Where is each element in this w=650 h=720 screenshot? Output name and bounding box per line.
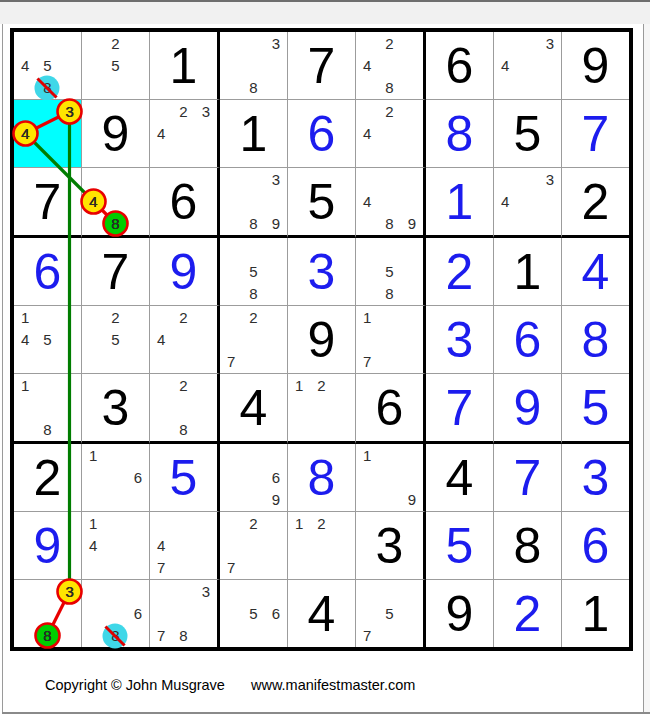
cell-r2c2[interactable]: 9 bbox=[82, 100, 150, 168]
cell-r5c9[interactable]: 8 bbox=[562, 306, 629, 374]
candidate-2: 2 bbox=[378, 100, 400, 122]
candidate-7: 7 bbox=[356, 625, 378, 647]
top-bar bbox=[0, 0, 650, 24]
cell-r9c6[interactable]: 57 bbox=[356, 580, 426, 647]
cell-r3c2[interactable]: 48 bbox=[82, 168, 150, 238]
given-digit: 2 bbox=[562, 168, 629, 235]
footer: Copyright © John Musgrave www.manifestma… bbox=[45, 677, 415, 693]
solved-digit: 5 bbox=[150, 444, 217, 511]
candidate-4: 4 bbox=[356, 190, 378, 212]
candidate-2: 2 bbox=[310, 512, 332, 534]
candidate-1: 1 bbox=[82, 512, 104, 534]
cell-r3c4[interactable]: 389 bbox=[220, 168, 288, 238]
cell-r3c3[interactable]: 6 bbox=[150, 168, 220, 238]
eliminated-candidate-8: 8 bbox=[36, 77, 58, 99]
cell-r7c8[interactable]: 7 bbox=[494, 444, 562, 512]
candidate-9: 9 bbox=[265, 489, 287, 511]
candidate-3: 3 bbox=[195, 580, 217, 602]
solved-digit: 8 bbox=[426, 100, 493, 167]
cell-r9c8[interactable]: 2 bbox=[494, 580, 562, 647]
cell-r7c1[interactable]: 2 bbox=[14, 444, 82, 512]
cell-r9c3[interactable]: 378 bbox=[150, 580, 220, 647]
window-edge-right-line bbox=[643, 24, 644, 714]
cell-r8c2[interactable]: 14 bbox=[82, 512, 150, 580]
solved-digit: 6 bbox=[288, 100, 355, 167]
candidate-3: 3 bbox=[195, 100, 217, 122]
candidate-2: 2 bbox=[172, 100, 194, 122]
candidates: 56 bbox=[220, 580, 287, 647]
candidate-7: 7 bbox=[220, 351, 242, 373]
solved-digit: 9 bbox=[494, 374, 561, 441]
candidate-7: 7 bbox=[220, 557, 242, 579]
cell-r4c9[interactable]: 4 bbox=[562, 238, 629, 306]
eliminated-candidate-8: 8 bbox=[104, 625, 126, 647]
candidate-8: 8 bbox=[242, 213, 264, 235]
cell-r7c2[interactable]: 16 bbox=[82, 444, 150, 512]
candidate-2: 2 bbox=[242, 512, 264, 534]
cell-r7c7[interactable]: 4 bbox=[426, 444, 494, 512]
candidate-7: 7 bbox=[356, 351, 378, 373]
cell-r7c9[interactable]: 3 bbox=[562, 444, 629, 512]
given-digit: 4 bbox=[220, 374, 287, 441]
candidate-5: 5 bbox=[378, 602, 400, 624]
given-digit: 9 bbox=[288, 306, 355, 373]
given-digit: 1 bbox=[562, 580, 629, 647]
given-digit: 3 bbox=[82, 374, 149, 441]
candidate-3: 3 bbox=[59, 100, 81, 122]
cell-r2c1[interactable]: 34 bbox=[14, 100, 82, 168]
cell-r8c4[interactable]: 27 bbox=[220, 512, 288, 580]
candidate-5: 5 bbox=[36, 54, 58, 76]
candidates: 24 bbox=[150, 306, 217, 373]
given-digit: 4 bbox=[288, 580, 355, 647]
cell-r6c8[interactable]: 9 bbox=[494, 374, 562, 444]
candidate-4: 4 bbox=[150, 122, 172, 144]
candidates: 58 bbox=[356, 238, 423, 305]
given-digit: 7 bbox=[82, 238, 149, 305]
cell-r7c5[interactable]: 8 bbox=[288, 444, 356, 512]
candidates: 248 bbox=[356, 32, 423, 99]
solved-digit: 8 bbox=[288, 444, 355, 511]
cell-r5c5[interactable]: 9 bbox=[288, 306, 356, 374]
solved-digit: 7 bbox=[562, 100, 629, 167]
candidate-4: 4 bbox=[356, 122, 378, 144]
cell-r7c4[interactable]: 69 bbox=[220, 444, 288, 512]
candidate-3: 3 bbox=[539, 32, 561, 54]
cell-r5c3[interactable]: 24 bbox=[150, 306, 220, 374]
candidate-5: 5 bbox=[242, 602, 264, 624]
cell-r3c7[interactable]: 1 bbox=[426, 168, 494, 238]
candidate-6: 6 bbox=[265, 602, 287, 624]
cell-r5c8[interactable]: 6 bbox=[494, 306, 562, 374]
candidate-9: 9 bbox=[265, 213, 287, 235]
candidate-8: 8 bbox=[104, 213, 126, 235]
solved-digit: 2 bbox=[494, 580, 561, 647]
candidates: 458 bbox=[14, 32, 81, 99]
cell-r1c3[interactable]: 1 bbox=[150, 32, 220, 100]
candidate-4: 4 bbox=[150, 534, 172, 556]
given-digit: 7 bbox=[14, 168, 81, 235]
cell-r9c5[interactable]: 4 bbox=[288, 580, 356, 647]
given-digit: 6 bbox=[356, 374, 423, 441]
cell-r1c7[interactable]: 6 bbox=[426, 32, 494, 100]
cell-r4c5[interactable]: 3 bbox=[288, 238, 356, 306]
candidate-6: 6 bbox=[265, 466, 287, 488]
candidate-1: 1 bbox=[14, 306, 36, 328]
candidate-2: 2 bbox=[104, 306, 126, 328]
candidate-8: 8 bbox=[242, 283, 264, 305]
candidate-8: 8 bbox=[36, 625, 58, 647]
candidate-8: 8 bbox=[378, 213, 400, 235]
given-digit: 1 bbox=[220, 100, 287, 167]
cell-r5c4[interactable]: 27 bbox=[220, 306, 288, 374]
given-digit: 9 bbox=[562, 32, 629, 99]
cell-r3c5[interactable]: 5 bbox=[288, 168, 356, 238]
given-digit: 8 bbox=[494, 512, 561, 579]
cell-r6c6[interactable]: 6 bbox=[356, 374, 426, 444]
solved-digit: 7 bbox=[426, 374, 493, 441]
cell-r2c7[interactable]: 8 bbox=[426, 100, 494, 168]
candidate-2: 2 bbox=[242, 306, 264, 328]
cell-r4c4[interactable]: 58 bbox=[220, 238, 288, 306]
candidate-2: 2 bbox=[172, 374, 194, 396]
candidate-2: 2 bbox=[104, 32, 126, 54]
cell-r1c2[interactable]: 25 bbox=[82, 32, 150, 100]
candidate-8: 8 bbox=[242, 77, 264, 99]
solved-digit: 7 bbox=[494, 444, 561, 511]
cell-r3c1[interactable]: 7 bbox=[14, 168, 82, 238]
candidates: 68 bbox=[82, 580, 149, 647]
candidate-5: 5 bbox=[36, 328, 58, 350]
solved-digit: 5 bbox=[426, 512, 493, 579]
cell-r4c2[interactable]: 7 bbox=[82, 238, 150, 306]
candidate-4: 4 bbox=[14, 54, 36, 76]
copyright-text: Copyright © John Musgrave bbox=[45, 677, 225, 693]
cell-r4c6[interactable]: 58 bbox=[356, 238, 426, 306]
given-digit: 1 bbox=[150, 32, 217, 99]
cell-r3c8[interactable]: 34 bbox=[494, 168, 562, 238]
cell-r6c2[interactable]: 3 bbox=[82, 374, 150, 444]
cell-r9c9[interactable]: 1 bbox=[562, 580, 629, 647]
candidate-4: 4 bbox=[494, 54, 516, 76]
cell-r9c7[interactable]: 9 bbox=[426, 580, 494, 647]
candidates: 25 bbox=[82, 32, 149, 99]
given-digit: 3 bbox=[356, 512, 423, 579]
cell-r8c9[interactable]: 6 bbox=[562, 512, 629, 580]
given-digit: 1 bbox=[494, 238, 561, 305]
candidate-4: 4 bbox=[82, 190, 104, 212]
cell-r7c6[interactable]: 19 bbox=[356, 444, 426, 512]
cell-r7c3[interactable]: 5 bbox=[150, 444, 220, 512]
candidates: 47 bbox=[150, 512, 217, 579]
candidate-4: 4 bbox=[150, 328, 172, 350]
cell-r2c8[interactable]: 5 bbox=[494, 100, 562, 168]
cell-r2c6[interactable]: 24 bbox=[356, 100, 426, 168]
given-digit: 9 bbox=[426, 580, 493, 647]
cell-r1c4[interactable]: 38 bbox=[220, 32, 288, 100]
candidates: 24 bbox=[356, 100, 423, 167]
cell-r1c5[interactable]: 7 bbox=[288, 32, 356, 100]
candidates: 57 bbox=[356, 580, 423, 647]
candidate-3: 3 bbox=[265, 32, 287, 54]
candidates: 18 bbox=[14, 374, 81, 441]
cell-r5c2[interactable]: 25 bbox=[82, 306, 150, 374]
website-text: www.manifestmaster.com bbox=[251, 677, 415, 693]
candidate-4: 4 bbox=[494, 190, 516, 212]
cell-r8c7[interactable]: 5 bbox=[426, 512, 494, 580]
candidate-5: 5 bbox=[104, 328, 126, 350]
solved-digit: 3 bbox=[426, 306, 493, 373]
candidate-6: 6 bbox=[127, 602, 149, 624]
cell-r6c4[interactable]: 4 bbox=[220, 374, 288, 444]
candidates: 28 bbox=[150, 374, 217, 441]
cell-r8c3[interactable]: 47 bbox=[150, 512, 220, 580]
solved-digit: 6 bbox=[494, 306, 561, 373]
cell-r6c3[interactable]: 28 bbox=[150, 374, 220, 444]
cell-r2c3[interactable]: 234 bbox=[150, 100, 220, 168]
candidates: 14 bbox=[82, 512, 149, 579]
cell-r1c6[interactable]: 248 bbox=[356, 32, 426, 100]
candidate-1: 1 bbox=[288, 512, 310, 534]
cell-r6c1[interactable]: 18 bbox=[14, 374, 82, 444]
cell-r2c5[interactable]: 6 bbox=[288, 100, 356, 168]
candidates: 34 bbox=[14, 100, 81, 167]
candidates: 48 bbox=[82, 168, 149, 235]
given-digit: 6 bbox=[150, 168, 217, 235]
candidates: 38 bbox=[220, 32, 287, 99]
candidate-4: 4 bbox=[14, 328, 36, 350]
candidate-2: 2 bbox=[310, 374, 332, 396]
candidates: 16 bbox=[82, 444, 149, 511]
cell-r1c1[interactable]: 458 bbox=[14, 32, 82, 100]
cell-r8c6[interactable]: 3 bbox=[356, 512, 426, 580]
solved-digit: 1 bbox=[426, 168, 493, 235]
solved-digit: 6 bbox=[14, 238, 81, 305]
cell-r3c9[interactable]: 2 bbox=[562, 168, 629, 238]
candidate-2: 2 bbox=[378, 32, 400, 54]
candidates: 27 bbox=[220, 306, 287, 373]
candidate-4: 4 bbox=[82, 534, 104, 556]
candidates: 38 bbox=[14, 580, 81, 647]
given-digit: 6 bbox=[426, 32, 493, 99]
given-digit: 5 bbox=[288, 168, 355, 235]
cell-r1c8[interactable]: 34 bbox=[494, 32, 562, 100]
solved-digit: 9 bbox=[14, 512, 81, 579]
candidates: 27 bbox=[220, 512, 287, 579]
candidates: 69 bbox=[220, 444, 287, 511]
cell-r8c8[interactable]: 8 bbox=[494, 512, 562, 580]
candidate-1: 1 bbox=[82, 444, 104, 466]
cell-r4c7[interactable]: 2 bbox=[426, 238, 494, 306]
candidates: 17 bbox=[356, 306, 423, 373]
candidate-8: 8 bbox=[172, 419, 194, 441]
cell-r8c1[interactable]: 9 bbox=[14, 512, 82, 580]
window-edge-bottom bbox=[2, 712, 650, 714]
solved-digit: 8 bbox=[562, 306, 629, 373]
candidate-1: 1 bbox=[288, 374, 310, 396]
candidate-1: 1 bbox=[356, 306, 378, 328]
cell-r3c6[interactable]: 489 bbox=[356, 168, 426, 238]
solved-digit: 5 bbox=[562, 374, 629, 441]
candidate-8: 8 bbox=[378, 283, 400, 305]
candidates: 25 bbox=[82, 306, 149, 373]
candidates: 145 bbox=[14, 306, 81, 373]
window-edge-left bbox=[2, 24, 3, 714]
cell-r9c2[interactable]: 68 bbox=[82, 580, 150, 647]
sudoku-board: 4582513872486349349234162485774863895489… bbox=[10, 28, 633, 651]
cell-r6c9[interactable]: 5 bbox=[562, 374, 629, 444]
candidate-3: 3 bbox=[59, 580, 81, 602]
solved-digit: 4 bbox=[562, 238, 629, 305]
candidate-5: 5 bbox=[378, 260, 400, 282]
solved-digit: 3 bbox=[562, 444, 629, 511]
candidate-7: 7 bbox=[150, 557, 172, 579]
candidates: 19 bbox=[356, 444, 423, 511]
candidate-2: 2 bbox=[172, 306, 194, 328]
candidate-3: 3 bbox=[265, 168, 287, 190]
candidates: 34 bbox=[494, 32, 561, 99]
given-digit: 9 bbox=[82, 100, 149, 167]
candidate-8: 8 bbox=[378, 77, 400, 99]
cell-r9c1[interactable]: 38 bbox=[14, 580, 82, 647]
candidate-1: 1 bbox=[356, 444, 378, 466]
given-digit: 4 bbox=[426, 444, 493, 511]
given-digit: 2 bbox=[14, 444, 81, 511]
solved-digit: 2 bbox=[426, 238, 493, 305]
candidates: 378 bbox=[150, 580, 217, 647]
cell-r6c5[interactable]: 12 bbox=[288, 374, 356, 444]
solved-digit: 3 bbox=[288, 238, 355, 305]
candidates: 389 bbox=[220, 168, 287, 235]
candidates: 234 bbox=[150, 100, 217, 167]
cell-r2c4[interactable]: 1 bbox=[220, 100, 288, 168]
candidate-8: 8 bbox=[172, 625, 194, 647]
cell-r2c9[interactable]: 7 bbox=[562, 100, 629, 168]
candidate-6: 6 bbox=[127, 466, 149, 488]
cell-r1c9[interactable]: 9 bbox=[562, 32, 629, 100]
solved-digit: 6 bbox=[562, 512, 629, 579]
candidates: 489 bbox=[356, 168, 423, 235]
candidates: 58 bbox=[220, 238, 287, 305]
candidate-4: 4 bbox=[356, 54, 378, 76]
cell-r4c8[interactable]: 1 bbox=[494, 238, 562, 306]
cell-r6c7[interactable]: 7 bbox=[426, 374, 494, 444]
cell-r5c1[interactable]: 145 bbox=[14, 306, 82, 374]
cell-r4c3[interactable]: 9 bbox=[150, 238, 220, 306]
cell-r4c1[interactable]: 6 bbox=[14, 238, 82, 306]
candidates: 12 bbox=[288, 374, 355, 441]
candidate-8: 8 bbox=[36, 419, 58, 441]
candidate-3: 3 bbox=[539, 168, 561, 190]
candidate-7: 7 bbox=[150, 625, 172, 647]
candidate-9: 9 bbox=[401, 213, 423, 235]
cell-r5c7[interactable]: 3 bbox=[426, 306, 494, 374]
window-edge-right bbox=[644, 24, 650, 714]
solved-digit: 9 bbox=[150, 238, 217, 305]
candidate-9: 9 bbox=[401, 489, 423, 511]
cell-r8c5[interactable]: 12 bbox=[288, 512, 356, 580]
candidate-4: 4 bbox=[14, 122, 36, 144]
cell-r9c4[interactable]: 56 bbox=[220, 580, 288, 647]
given-digit: 7 bbox=[288, 32, 355, 99]
candidates: 12 bbox=[288, 512, 355, 579]
candidates: 34 bbox=[494, 168, 561, 235]
candidate-5: 5 bbox=[242, 260, 264, 282]
cell-r5c6[interactable]: 17 bbox=[356, 306, 426, 374]
candidate-5: 5 bbox=[104, 54, 126, 76]
given-digit: 5 bbox=[494, 100, 561, 167]
candidate-1: 1 bbox=[14, 374, 36, 396]
